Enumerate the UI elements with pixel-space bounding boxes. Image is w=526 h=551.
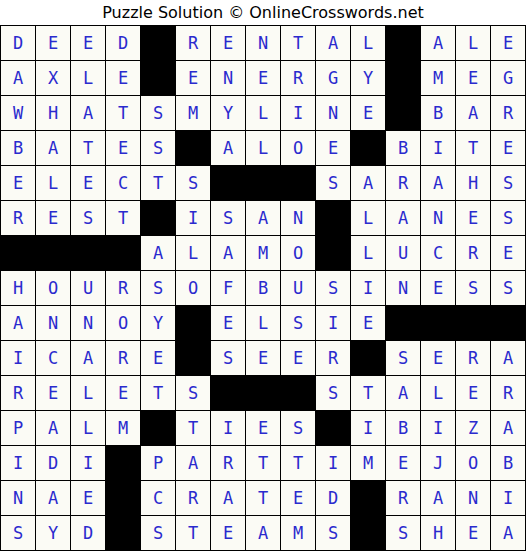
letter-cell-r5c12: R	[386, 166, 420, 200]
black-cell-r6c5	[141, 201, 175, 235]
letter-cell-r2c13: M	[421, 61, 455, 95]
letter-cell-r6c3: S	[71, 201, 105, 235]
letter-cell-r13c6: A	[176, 446, 210, 480]
black-cell-r7c1	[1, 236, 35, 270]
letter-cell-r8c8: B	[246, 271, 280, 305]
page-title: Puzzle Solution © OnlineCrosswords.net	[0, 0, 526, 25]
letter-cell-r13c10: I	[316, 446, 350, 480]
letter-cell-r15c9: M	[281, 516, 315, 550]
black-cell-r5c8	[246, 166, 280, 200]
letter-cell-r6c8: A	[246, 201, 280, 235]
letter-cell-r2c10: G	[316, 61, 350, 95]
letter-cell-r8c13: E	[421, 271, 455, 305]
black-cell-r7c3	[71, 236, 105, 270]
letter-cell-r12c11: I	[351, 411, 385, 445]
letter-cell-r14c14: N	[456, 481, 490, 515]
letter-cell-r15c12: S	[386, 516, 420, 550]
letter-cell-r13c11: M	[351, 446, 385, 480]
letter-cell-r3c14: A	[456, 96, 490, 130]
letter-cell-r1c14: L	[456, 26, 490, 60]
letter-cell-r14c13: A	[421, 481, 455, 515]
letter-cell-r12c13: I	[421, 411, 455, 445]
black-cell-r9c15	[491, 306, 525, 340]
letter-cell-r6c2: E	[36, 201, 70, 235]
black-cell-r4c11	[351, 131, 385, 165]
letter-cell-r2c11: Y	[351, 61, 385, 95]
letter-cell-r2c6: E	[176, 61, 210, 95]
letter-cell-r8c15: S	[491, 271, 525, 305]
letter-cell-r5c14: H	[456, 166, 490, 200]
letter-cell-r8c5: S	[141, 271, 175, 305]
letter-cell-r11c10: S	[316, 376, 350, 410]
letter-cell-r12c8: E	[246, 411, 280, 445]
black-cell-r14c11	[351, 481, 385, 515]
letter-cell-r14c2: A	[36, 481, 70, 515]
letter-cell-r7c7: A	[211, 236, 245, 270]
letter-cell-r4c8: L	[246, 131, 280, 165]
letter-cell-r3c9: I	[281, 96, 315, 130]
black-cell-r1c5	[141, 26, 175, 60]
letter-cell-r12c1: P	[1, 411, 35, 445]
letter-cell-r7c15: E	[491, 236, 525, 270]
letter-cell-r11c6: S	[176, 376, 210, 410]
letter-cell-r1c6: R	[176, 26, 210, 60]
letter-cell-r10c14: R	[456, 341, 490, 375]
letter-cell-r12c12: B	[386, 411, 420, 445]
letter-cell-r10c13: E	[421, 341, 455, 375]
letter-cell-r12c3: L	[71, 411, 105, 445]
letter-cell-r10c9: E	[281, 341, 315, 375]
letter-cell-r4c3: T	[71, 131, 105, 165]
letter-cell-r13c14: O	[456, 446, 490, 480]
letter-cell-r9c5: Y	[141, 306, 175, 340]
black-cell-r2c5	[141, 61, 175, 95]
letter-cell-r11c4: E	[106, 376, 140, 410]
letter-cell-r1c3: E	[71, 26, 105, 60]
black-cell-r13c4	[106, 446, 140, 480]
black-cell-r10c11	[351, 341, 385, 375]
letter-cell-r12c15: A	[491, 411, 525, 445]
letter-cell-r10c3: A	[71, 341, 105, 375]
letter-cell-r4c15: E	[491, 131, 525, 165]
letter-cell-r15c15: A	[491, 516, 525, 550]
letter-cell-r1c1: D	[1, 26, 35, 60]
letter-cell-r9c10: I	[316, 306, 350, 340]
black-cell-r3c12	[386, 96, 420, 130]
letter-cell-r4c13: I	[421, 131, 455, 165]
letter-cell-r8c4: R	[106, 271, 140, 305]
letter-cell-r6c15: S	[491, 201, 525, 235]
letter-cell-r15c8: A	[246, 516, 280, 550]
letter-cell-r6c7: S	[211, 201, 245, 235]
letter-cell-r12c9: S	[281, 411, 315, 445]
letter-cell-r8c6: O	[176, 271, 210, 305]
letter-cell-r13c12: E	[386, 446, 420, 480]
letter-cell-r7c12: U	[386, 236, 420, 270]
letter-cell-r13c3: I	[71, 446, 105, 480]
black-cell-r2c12	[386, 61, 420, 95]
letter-cell-r9c2: N	[36, 306, 70, 340]
letter-cell-r10c10: R	[316, 341, 350, 375]
letter-cell-r11c11: T	[351, 376, 385, 410]
black-cell-r7c10	[316, 236, 350, 270]
letter-cell-r8c12: N	[386, 271, 420, 305]
black-cell-r12c5	[141, 411, 175, 445]
letter-cell-r11c2: E	[36, 376, 70, 410]
letter-cell-r2c1: A	[1, 61, 35, 95]
letter-cell-r11c14: E	[456, 376, 490, 410]
letter-cell-r2c8: E	[246, 61, 280, 95]
letter-cell-r11c15: R	[491, 376, 525, 410]
letter-cell-r1c8: N	[246, 26, 280, 60]
letter-cell-r1c4: D	[106, 26, 140, 60]
letter-cell-r14c8: T	[246, 481, 280, 515]
letter-cell-r3c6: M	[176, 96, 210, 130]
letter-cell-r3c8: L	[246, 96, 280, 130]
letter-cell-r3c1: W	[1, 96, 35, 130]
letter-cell-r14c3: E	[71, 481, 105, 515]
letter-cell-r2c4: E	[106, 61, 140, 95]
letter-cell-r2c14: E	[456, 61, 490, 95]
letter-cell-r10c7: S	[211, 341, 245, 375]
letter-cell-r1c11: L	[351, 26, 385, 60]
letter-cell-r4c4: E	[106, 131, 140, 165]
letter-cell-r3c13: B	[421, 96, 455, 130]
letter-cell-r14c7: A	[211, 481, 245, 515]
black-cell-r9c12	[386, 306, 420, 340]
letter-cell-r9c11: E	[351, 306, 385, 340]
letter-cell-r13c13: J	[421, 446, 455, 480]
letter-cell-r6c12: A	[386, 201, 420, 235]
letter-cell-r9c4: O	[106, 306, 140, 340]
letter-cell-r9c9: S	[281, 306, 315, 340]
letter-cell-r5c11: A	[351, 166, 385, 200]
letter-cell-r14c10: D	[316, 481, 350, 515]
letter-cell-r11c12: A	[386, 376, 420, 410]
letter-cell-r8c14: S	[456, 271, 490, 305]
letter-cell-r12c7: I	[211, 411, 245, 445]
black-cell-r6c10	[316, 201, 350, 235]
letter-cell-r4c12: B	[386, 131, 420, 165]
letter-cell-r1c2: E	[36, 26, 70, 60]
black-cell-r12c10	[316, 411, 350, 445]
letter-cell-r15c3: D	[71, 516, 105, 550]
letter-cell-r15c2: Y	[36, 516, 70, 550]
letter-cell-r5c2: L	[36, 166, 70, 200]
letter-cell-r15c6: T	[176, 516, 210, 550]
letter-cell-r14c6: R	[176, 481, 210, 515]
letter-cell-r7c13: C	[421, 236, 455, 270]
letter-cell-r13c2: D	[36, 446, 70, 480]
letter-cell-r11c3: L	[71, 376, 105, 410]
letter-cell-r7c6: L	[176, 236, 210, 270]
letter-cell-r11c1: R	[1, 376, 35, 410]
letter-cell-r14c15: I	[491, 481, 525, 515]
black-cell-r5c7	[211, 166, 245, 200]
letter-cell-r10c1: I	[1, 341, 35, 375]
letter-cell-r11c13: L	[421, 376, 455, 410]
letter-cell-r9c8: L	[246, 306, 280, 340]
letter-cell-r8c1: H	[1, 271, 35, 305]
letter-cell-r7c5: A	[141, 236, 175, 270]
black-cell-r10c6	[176, 341, 210, 375]
black-cell-r15c11	[351, 516, 385, 550]
letter-cell-r8c10: S	[316, 271, 350, 305]
letter-cell-r12c4: M	[106, 411, 140, 445]
letter-cell-r7c9: O	[281, 236, 315, 270]
black-cell-r4c6	[176, 131, 210, 165]
letter-cell-r2c9: R	[281, 61, 315, 95]
letter-cell-r7c11: L	[351, 236, 385, 270]
letter-cell-r15c10: S	[316, 516, 350, 550]
letter-cell-r6c4: T	[106, 201, 140, 235]
black-cell-r11c8	[246, 376, 280, 410]
letter-cell-r6c6: I	[176, 201, 210, 235]
letter-cell-r5c15: S	[491, 166, 525, 200]
letter-cell-r12c2: A	[36, 411, 70, 445]
letter-cell-r10c4: R	[106, 341, 140, 375]
letter-cell-r1c10: A	[316, 26, 350, 60]
letter-cell-r3c3: A	[71, 96, 105, 130]
letter-cell-r5c1: E	[1, 166, 35, 200]
letter-cell-r3c15: R	[491, 96, 525, 130]
letter-cell-r1c7: E	[211, 26, 245, 60]
letter-cell-r3c10: N	[316, 96, 350, 130]
letter-cell-r12c6: T	[176, 411, 210, 445]
letter-cell-r14c12: R	[386, 481, 420, 515]
letter-cell-r14c9: E	[281, 481, 315, 515]
letter-cell-r13c1: I	[1, 446, 35, 480]
letter-cell-r2c3: L	[71, 61, 105, 95]
letter-cell-r10c5: E	[141, 341, 175, 375]
black-cell-r14c4	[106, 481, 140, 515]
black-cell-r9c14	[456, 306, 490, 340]
letter-cell-r9c1: A	[1, 306, 35, 340]
letter-cell-r9c3: N	[71, 306, 105, 340]
letter-cell-r8c11: I	[351, 271, 385, 305]
letter-cell-r6c14: E	[456, 201, 490, 235]
letter-cell-r8c2: O	[36, 271, 70, 305]
letter-cell-r15c14: E	[456, 516, 490, 550]
letter-cell-r4c14: T	[456, 131, 490, 165]
letter-cell-r13c9: T	[281, 446, 315, 480]
letter-cell-r7c8: M	[246, 236, 280, 270]
letter-cell-r4c9: O	[281, 131, 315, 165]
letter-cell-r4c1: B	[1, 131, 35, 165]
letter-cell-r12c14: Z	[456, 411, 490, 445]
letter-cell-r2c15: G	[491, 61, 525, 95]
letter-cell-r9c7: E	[211, 306, 245, 340]
letter-cell-r3c2: H	[36, 96, 70, 130]
letter-cell-r15c13: H	[421, 516, 455, 550]
letter-cell-r4c10: E	[316, 131, 350, 165]
letter-cell-r2c7: N	[211, 61, 245, 95]
black-cell-r11c9	[281, 376, 315, 410]
letter-cell-r4c7: A	[211, 131, 245, 165]
black-cell-r9c6	[176, 306, 210, 340]
black-cell-r7c2	[36, 236, 70, 270]
letter-cell-r8c7: F	[211, 271, 245, 305]
letter-cell-r6c1: R	[1, 201, 35, 235]
letter-cell-r13c5: P	[141, 446, 175, 480]
black-cell-r15c4	[106, 516, 140, 550]
letter-cell-r13c7: R	[211, 446, 245, 480]
letter-cell-r15c1: S	[1, 516, 35, 550]
letter-cell-r6c11: L	[351, 201, 385, 235]
letter-cell-r4c5: S	[141, 131, 175, 165]
letter-cell-r4c2: A	[36, 131, 70, 165]
letter-cell-r5c10: S	[316, 166, 350, 200]
letter-cell-r1c15: E	[491, 26, 525, 60]
letter-cell-r15c7: E	[211, 516, 245, 550]
letter-cell-r1c9: T	[281, 26, 315, 60]
black-cell-r7c4	[106, 236, 140, 270]
letter-cell-r5c5: T	[141, 166, 175, 200]
puzzle-solution-page: Puzzle Solution © OnlineCrosswords.net D…	[0, 0, 526, 551]
crossword-grid: DEEDRENTALALEAXLEENERGYMEGWHATSMYLINEBAR…	[0, 25, 526, 551]
letter-cell-r8c3: U	[71, 271, 105, 305]
black-cell-r5c9	[281, 166, 315, 200]
letter-cell-r13c8: T	[246, 446, 280, 480]
letter-cell-r5c4: C	[106, 166, 140, 200]
letter-cell-r11c5: T	[141, 376, 175, 410]
letter-cell-r10c2: C	[36, 341, 70, 375]
letter-cell-r5c3: E	[71, 166, 105, 200]
black-cell-r1c12	[386, 26, 420, 60]
letter-cell-r10c12: S	[386, 341, 420, 375]
letter-cell-r1c13: A	[421, 26, 455, 60]
letter-cell-r3c11: E	[351, 96, 385, 130]
letter-cell-r3c4: T	[106, 96, 140, 130]
letter-cell-r6c9: N	[281, 201, 315, 235]
letter-cell-r7c14: R	[456, 236, 490, 270]
letter-cell-r15c5: S	[141, 516, 175, 550]
letter-cell-r14c5: C	[141, 481, 175, 515]
letter-cell-r10c8: E	[246, 341, 280, 375]
letter-cell-r14c1: N	[1, 481, 35, 515]
letter-cell-r8c9: U	[281, 271, 315, 305]
black-cell-r9c13	[421, 306, 455, 340]
letter-cell-r2c2: X	[36, 61, 70, 95]
letter-cell-r5c13: A	[421, 166, 455, 200]
letter-cell-r13c15: B	[491, 446, 525, 480]
black-cell-r11c7	[211, 376, 245, 410]
letter-cell-r3c7: Y	[211, 96, 245, 130]
letter-cell-r5c6: S	[176, 166, 210, 200]
letter-cell-r6c13: N	[421, 201, 455, 235]
letter-cell-r3c5: S	[141, 96, 175, 130]
letter-cell-r10c15: A	[491, 341, 525, 375]
